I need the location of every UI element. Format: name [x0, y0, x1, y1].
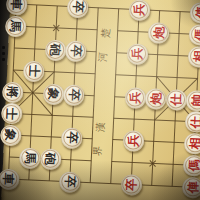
piece-character: 炮 [152, 26, 165, 39]
xiangqi-piece-兵[interactable]: 兵 [124, 87, 146, 109]
piece-character: 兵 [129, 91, 142, 104]
piece-character: 馬 [9, 20, 22, 33]
piece-character: 俥 [186, 181, 199, 194]
piece-character: 象 [47, 88, 60, 101]
piece-character: 仕 [170, 93, 183, 106]
xiangqi-piece-仕[interactable]: 仕 [165, 88, 187, 110]
piece-character: 兵 [127, 134, 140, 147]
piece-character: 相 [188, 137, 200, 150]
xiangqi-piece-卒[interactable]: 卒 [61, 127, 83, 149]
piece-character: 將 [6, 86, 19, 99]
piece-character: 卒 [67, 89, 80, 102]
piece-character: 傌 [193, 28, 200, 41]
xiangqi-piece-將[interactable]: 將 [1, 81, 23, 103]
piece-character: 炮 [149, 92, 162, 105]
piece-character: 象 [4, 129, 17, 142]
river-char: 楚 [101, 28, 111, 38]
piece-character: 車 [10, 0, 23, 10]
piece-character: 相 [192, 50, 200, 63]
xiangqi-piece-馬[interactable]: 馬 [19, 147, 41, 169]
xiangqi-piece-卒[interactable]: 卒 [65, 40, 87, 62]
piece-character: 兵 [131, 47, 144, 60]
xiangqi-piece-傌[interactable]: 傌 [183, 154, 200, 176]
piece-character: 士 [5, 107, 18, 120]
board-tilt-wrap: 楚河漢界 車馬卒砲卒士將象卒士象卒馬砲車卒兵俥炮傌兵相兵炮仕帥仕兵相傌俥卒 [0, 0, 200, 200]
xiangqi-piece-相[interactable]: 相 [184, 132, 200, 154]
xiangqi-piece-士[interactable]: 士 [23, 60, 45, 82]
piece-character: 傌 [187, 159, 200, 172]
piece-character: 砲 [44, 153, 57, 166]
piece-character: 卒 [69, 45, 82, 58]
piece-character: 士 [27, 65, 40, 78]
xiangqi-piece-炮[interactable]: 炮 [148, 22, 170, 44]
river-char: 漢 [96, 122, 106, 132]
xiangqi-piece-象[interactable]: 象 [0, 124, 21, 146]
xiangqi-piece-俥[interactable]: 俥 [182, 176, 200, 198]
xiangqi-piece-兵[interactable]: 兵 [122, 130, 144, 152]
river-char: 界 [92, 146, 102, 156]
xiangqi-piece-砲[interactable]: 砲 [44, 39, 66, 61]
xiangqi-piece-炮[interactable]: 炮 [145, 88, 167, 110]
piece-character: 卒 [125, 178, 138, 191]
xiangqi-piece-馬[interactable]: 馬 [4, 15, 26, 37]
piece-character: 帥 [190, 94, 200, 107]
piece-character: 卒 [71, 1, 84, 14]
piece-character: 砲 [49, 44, 62, 57]
xiangqi-piece-車[interactable]: 車 [0, 168, 19, 190]
xiangqi-piece-兵[interactable]: 兵 [128, 0, 150, 21]
xiangqi-piece-象[interactable]: 象 [42, 83, 64, 105]
piece-character: 卒 [63, 175, 76, 188]
xiangqi-piece-卒[interactable]: 卒 [59, 171, 81, 193]
xiangqi-piece-砲[interactable]: 砲 [39, 148, 61, 170]
xiangqi-piece-士[interactable]: 士 [0, 103, 22, 125]
xiangqi-photo: 楚河漢界 車馬卒砲卒士將象卒士象卒馬砲車卒兵俥炮傌兵相兵炮仕帥仕兵相傌俥卒 [0, 0, 200, 200]
piece-character: 車 [2, 173, 15, 186]
xiangqi-piece-兵[interactable]: 兵 [126, 43, 148, 65]
river-char: 河 [98, 52, 108, 62]
piece-character: 兵 [133, 3, 146, 16]
piece-character: 馬 [24, 152, 37, 165]
piece-character: 仕 [189, 116, 200, 129]
piece-character: 卒 [65, 131, 78, 144]
xiangqi-piece-卒[interactable]: 卒 [120, 174, 142, 196]
xiangqi-piece-卒[interactable]: 卒 [63, 84, 85, 106]
piece-character: 俥 [194, 6, 200, 19]
